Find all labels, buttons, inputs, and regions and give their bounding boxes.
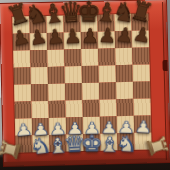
cell-a2: ♟ [15,118,32,135]
cell-d5 [65,66,82,83]
piece-black-pawn-e7: ♟ [81,26,99,46]
cell-g4 [116,82,133,99]
cell-d4 [65,83,82,100]
cell-a4 [14,84,31,101]
cell-b6 [30,50,47,67]
cell-g1: ♞ [117,133,134,150]
cell-h5 [133,64,150,81]
cell-h4 [133,81,150,98]
cell-f6 [98,48,115,65]
piece-black-pawn-c7: ♟ [45,26,65,48]
cell-c3 [48,100,65,117]
hinge-clasp-icon [162,60,167,71]
cell-c5 [48,66,65,83]
chess-board: ♜♞♝♛♚♝♞♜♟♟♟♟♟♟♟♟♟♟♟♟♟♟♟♟♜♞♝♛♚♝♞♜ [0,0,170,166]
piece-black-pawn-h7: ♟ [131,23,152,46]
cell-a3 [14,101,31,118]
piece-white-rook-a1: ♜ [0,135,25,164]
cell-g5 [116,65,133,82]
cell-f3 [99,99,116,116]
cell-b4 [31,84,48,101]
cell-f7: ♟ [98,31,115,48]
cell-h2: ♟ [134,115,151,132]
cell-e4 [82,83,99,100]
cell-f4 [99,82,116,99]
piece-black-pawn-d7: ♟ [63,26,82,47]
cell-a6 [13,50,30,67]
cell-e6 [81,49,98,66]
cell-e7: ♟ [81,32,98,49]
cell-e5 [82,66,99,83]
cell-a7: ♟ [13,33,30,50]
cell-a5 [14,67,31,84]
cell-h1: ♜ [134,132,151,149]
photo-background: ♜♞♝♛♚♝♞♜♟♟♟♟♟♟♟♟♟♟♟♟♟♟♟♟♜♞♝♛♚♝♞♜ [0,0,170,170]
cell-b3 [31,101,48,118]
cell-d6 [64,49,81,66]
cell-e3 [82,100,99,117]
cell-c7: ♟ [47,33,64,50]
cell-g3 [116,99,133,116]
cell-d7: ♟ [64,32,81,49]
pieces-layer: ♜♞♝♛♚♝♞♜♟♟♟♟♟♟♟♟♟♟♟♟♟♟♟♟♜♞♝♛♚♝♞♜ [12,13,151,152]
cell-h6 [132,47,149,64]
cell-h3 [133,98,150,115]
cell-g6 [115,48,132,65]
cell-g7: ♟ [115,31,132,48]
cell-h7: ♟ [132,30,149,47]
cell-c6 [47,49,64,66]
cell-d3 [65,100,82,117]
cell-b5 [31,67,48,84]
cell-f5 [99,65,116,82]
cell-c4 [48,83,65,100]
cell-b7: ♟ [30,33,47,50]
